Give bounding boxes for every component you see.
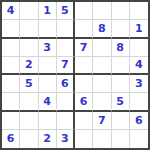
cell-r4c1[interactable]: [2, 57, 20, 75]
cell-r2c5[interactable]: [75, 20, 93, 38]
cell-r3c4[interactable]: [57, 39, 75, 57]
cell-r8c7[interactable]: [112, 130, 130, 148]
cell-r2c2[interactable]: [20, 20, 38, 38]
given-digit: 7: [80, 41, 88, 54]
cell-r5c8[interactable]: 3: [130, 75, 148, 93]
cell-r6c2[interactable]: [20, 93, 38, 111]
cell-r3c6[interactable]: [93, 39, 111, 57]
cell-r2c6[interactable]: 8: [93, 20, 111, 38]
given-digit: 1: [43, 4, 51, 17]
cell-r4c8[interactable]: 4: [130, 57, 148, 75]
cell-r8c8[interactable]: [130, 130, 148, 148]
cell-r6c3[interactable]: 4: [39, 93, 57, 111]
cell-r7c5[interactable]: [75, 112, 93, 130]
cell-r4c4[interactable]: 7: [57, 57, 75, 75]
cell-r1c4[interactable]: 5: [57, 2, 75, 20]
cell-r6c5[interactable]: 6: [75, 93, 93, 111]
cell-r7c7[interactable]: [112, 112, 130, 130]
cell-r8c5[interactable]: [75, 130, 93, 148]
cell-r3c7[interactable]: 8: [112, 39, 130, 57]
given-digit: 6: [61, 77, 69, 90]
cell-r5c6[interactable]: [93, 75, 111, 93]
given-digit: 6: [80, 95, 88, 108]
cell-r8c6[interactable]: [93, 130, 111, 148]
cell-r3c8[interactable]: [130, 39, 148, 57]
sudoku-board: 4158137827456346576623: [0, 0, 150, 150]
cell-r1c5[interactable]: [75, 2, 93, 20]
cell-r5c4[interactable]: 6: [57, 75, 75, 93]
cell-r6c7[interactable]: 5: [112, 93, 130, 111]
cell-r7c2[interactable]: [20, 112, 38, 130]
given-digit: 3: [43, 41, 51, 54]
cell-r3c1[interactable]: [2, 39, 20, 57]
cell-r8c3[interactable]: 2: [39, 130, 57, 148]
cell-r4c2[interactable]: 2: [20, 57, 38, 75]
cell-r5c5[interactable]: [75, 75, 93, 93]
given-digit: 7: [61, 58, 69, 71]
cell-r1c2[interactable]: [20, 2, 38, 20]
cell-r6c8[interactable]: [130, 93, 148, 111]
cell-r5c7[interactable]: [112, 75, 130, 93]
cell-r3c2[interactable]: [20, 39, 38, 57]
given-digit: 8: [98, 22, 106, 35]
cell-r1c7[interactable]: [112, 2, 130, 20]
cell-r7c8[interactable]: 6: [130, 112, 148, 130]
cell-r1c3[interactable]: 1: [39, 2, 57, 20]
cell-r4c5[interactable]: [75, 57, 93, 75]
cell-r4c7[interactable]: [112, 57, 130, 75]
given-digit: 2: [43, 132, 51, 145]
given-digit: 3: [135, 77, 143, 90]
cell-r4c3[interactable]: [39, 57, 57, 75]
given-digit: 5: [116, 95, 124, 108]
cell-r2c4[interactable]: [57, 20, 75, 38]
given-digit: 6: [7, 132, 15, 145]
given-digit: 8: [116, 41, 124, 54]
given-digit: 4: [43, 95, 51, 108]
cell-r2c3[interactable]: [39, 20, 57, 38]
cell-r2c1[interactable]: [2, 20, 20, 38]
cell-r1c1[interactable]: 4: [2, 2, 20, 20]
cell-r7c3[interactable]: [39, 112, 57, 130]
cell-r8c2[interactable]: [20, 130, 38, 148]
given-digit: 6: [135, 114, 143, 127]
cell-r4c6[interactable]: [93, 57, 111, 75]
given-digit: 5: [61, 4, 69, 17]
cell-r1c6[interactable]: [93, 2, 111, 20]
cell-r6c6[interactable]: [93, 93, 111, 111]
cell-r3c3[interactable]: 3: [39, 39, 57, 57]
given-digit: 5: [25, 77, 33, 90]
given-digit: 4: [7, 4, 15, 17]
cell-r2c7[interactable]: [112, 20, 130, 38]
cell-r1c8[interactable]: [130, 2, 148, 20]
given-digit: 1: [135, 22, 143, 35]
cell-r7c1[interactable]: [2, 112, 20, 130]
given-digit: 3: [61, 132, 69, 145]
given-digit: 7: [98, 114, 106, 127]
cell-r7c4[interactable]: [57, 112, 75, 130]
given-digit: 4: [135, 58, 143, 71]
cell-r7c6[interactable]: 7: [93, 112, 111, 130]
cell-r6c4[interactable]: [57, 93, 75, 111]
cell-r2c8[interactable]: 1: [130, 20, 148, 38]
cell-r5c2[interactable]: 5: [20, 75, 38, 93]
cell-r5c3[interactable]: [39, 75, 57, 93]
given-digit: 2: [25, 58, 33, 71]
cell-r3c5[interactable]: 7: [75, 39, 93, 57]
cell-r8c1[interactable]: 6: [2, 130, 20, 148]
cell-r6c1[interactable]: [2, 93, 20, 111]
cell-r8c4[interactable]: 3: [57, 130, 75, 148]
cell-r5c1[interactable]: [2, 75, 20, 93]
